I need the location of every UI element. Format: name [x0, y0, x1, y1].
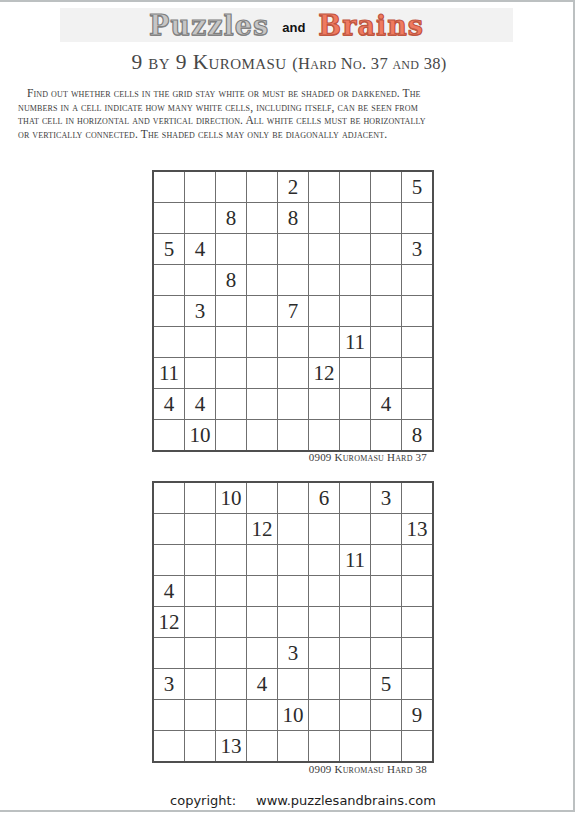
kuromasu-cell[interactable] [309, 514, 339, 544]
instructions-line-4: or vertically connected. The shaded cell… [18, 128, 565, 142]
kuromasu-cell[interactable] [247, 296, 277, 326]
kuromasu-cell[interactable] [309, 669, 339, 699]
kuromasu-cell[interactable]: 10 [278, 700, 308, 730]
kuromasu-cell[interactable] [340, 389, 370, 419]
kuromasu-cell[interactable] [247, 483, 277, 513]
kuromasu-cell[interactable] [247, 700, 277, 730]
kuromasu-cell[interactable]: 11 [340, 545, 370, 575]
kuromasu-cell[interactable] [216, 576, 246, 606]
kuromasu-cell[interactable] [309, 607, 339, 637]
kuromasu-cell[interactable]: 12 [247, 514, 277, 544]
kuromasu-cell[interactable] [340, 420, 370, 450]
kuromasu-cell[interactable]: 4 [185, 389, 215, 419]
kuromasu-cell[interactable] [247, 731, 277, 761]
kuromasu-cell[interactable] [371, 265, 401, 295]
logo-and-text: and [282, 16, 305, 35]
kuromasu-cell[interactable] [309, 203, 339, 233]
kuromasu-cell[interactable] [340, 607, 370, 637]
kuromasu-cell[interactable] [340, 638, 370, 668]
kuromasu-cell[interactable] [309, 389, 339, 419]
kuromasu-cell[interactable]: 4 [185, 234, 215, 264]
kuromasu-cell[interactable] [371, 296, 401, 326]
logo-puzzles-wordmark: Puzzles [149, 12, 269, 39]
kuromasu-cell[interactable] [309, 545, 339, 575]
kuromasu-cell[interactable] [278, 483, 308, 513]
kuromasu-cell[interactable] [154, 731, 184, 761]
kuromasu-cell[interactable] [309, 327, 339, 357]
kuromasu-cell[interactable] [185, 172, 215, 202]
kuromasu-cell[interactable] [371, 731, 401, 761]
kuromasu-cell[interactable] [185, 483, 215, 513]
kuromasu-cell[interactable] [340, 172, 370, 202]
kuromasu-cell[interactable]: 4 [154, 576, 184, 606]
kuromasu-cell[interactable] [371, 700, 401, 730]
kuromasu-cell[interactable] [185, 731, 215, 761]
page-title-main: 9 by 9 Kuromasu [131, 50, 292, 74]
kuromasu-cell[interactable] [216, 638, 246, 668]
kuromasu-cell[interactable]: 3 [154, 669, 184, 699]
kuromasu-cell[interactable]: 11 [154, 358, 184, 388]
kuromasu-cell[interactable] [402, 545, 432, 575]
kuromasu-cell[interactable] [278, 420, 308, 450]
kuromasu-cell[interactable] [309, 234, 339, 264]
kuromasu-cell[interactable] [340, 483, 370, 513]
kuromasu-cell[interactable] [309, 638, 339, 668]
kuromasu-cell[interactable]: 5 [402, 172, 432, 202]
kuromasu-cell[interactable] [278, 731, 308, 761]
kuromasu-cell[interactable]: 7 [278, 296, 308, 326]
instructions-line-3: that cell in horizontal and vertical dir… [18, 114, 565, 128]
kuromasu-cell[interactable]: 3 [185, 296, 215, 326]
kuromasu-cell[interactable] [185, 327, 215, 357]
kuromasu-cell[interactable] [340, 576, 370, 606]
kuromasu-cell[interactable] [216, 172, 246, 202]
kuromasu-cell[interactable] [371, 358, 401, 388]
kuromasu-cell[interactable] [340, 514, 370, 544]
instructions-line-1: Find out whether cells in the grid stay … [18, 87, 565, 101]
kuromasu-cell[interactable] [216, 669, 246, 699]
kuromasu-cell[interactable] [402, 607, 432, 637]
kuromasu-cell[interactable] [247, 638, 277, 668]
kuromasu-cell[interactable] [185, 576, 215, 606]
kuromasu-cell[interactable] [340, 358, 370, 388]
kuromasu-cell[interactable] [216, 296, 246, 326]
website-url-link[interactable]: www.puzzlesandbrains.com [256, 793, 436, 808]
kuromasu-cell[interactable]: 10 [185, 420, 215, 450]
kuromasu-cell[interactable] [216, 700, 246, 730]
grid-caption-hard-37: 0909 Kuromasu Hard 37 [152, 451, 434, 463]
kuromasu-cell[interactable] [247, 172, 277, 202]
kuromasu-cell[interactable]: 4 [247, 669, 277, 699]
kuromasu-cell[interactable] [247, 576, 277, 606]
kuromasu-cell[interactable] [216, 327, 246, 357]
kuromasu-cell[interactable]: 9 [402, 700, 432, 730]
kuromasu-cell[interactable] [154, 483, 184, 513]
kuromasu-cell[interactable] [309, 296, 339, 326]
kuromasu-cell[interactable] [402, 389, 432, 419]
instructions-text: Find out whether cells in the grid stay … [18, 87, 565, 142]
kuromasu-cell[interactable]: 3 [402, 234, 432, 264]
kuromasu-cell[interactable]: 8 [216, 265, 246, 295]
kuromasu-cell[interactable] [371, 203, 401, 233]
kuromasu-cell[interactable] [371, 420, 401, 450]
kuromasu-cell[interactable] [247, 389, 277, 419]
logo-brains-wordmark: Brains [318, 12, 424, 39]
kuromasu-cell[interactable] [309, 700, 339, 730]
kuromasu-cell[interactable]: 11 [340, 327, 370, 357]
kuromasu-cell[interactable] [185, 700, 215, 730]
kuromasu-cell[interactable] [278, 327, 308, 357]
kuromasu-cell[interactable] [371, 327, 401, 357]
grid-caption-hard-38: 0909 Kuromasu Hard 38 [152, 763, 434, 775]
kuromasu-cell[interactable] [247, 234, 277, 264]
kuromasu-cell[interactable] [371, 172, 401, 202]
kuromasu-cell[interactable] [185, 358, 215, 388]
kuromasu-cell[interactable] [154, 265, 184, 295]
kuromasu-cell[interactable] [185, 203, 215, 233]
kuromasu-cell[interactable]: 8 [216, 203, 246, 233]
kuromasu-cell[interactable] [185, 607, 215, 637]
kuromasu-cell[interactable] [154, 700, 184, 730]
kuromasu-cell[interactable] [216, 234, 246, 264]
kuromasu-cell[interactable] [371, 576, 401, 606]
kuromasu-cell[interactable]: 12 [154, 607, 184, 637]
kuromasu-cell[interactable] [340, 731, 370, 761]
kuromasu-grid-hard-37: 2588543837111112444108 [152, 170, 434, 452]
kuromasu-cell[interactable] [309, 172, 339, 202]
kuromasu-cell[interactable] [247, 420, 277, 450]
kuromasu-cell[interactable] [371, 234, 401, 264]
kuromasu-cell[interactable] [402, 203, 432, 233]
kuromasu-cell[interactable] [402, 576, 432, 606]
logo-strip: Puzzles and Brains [60, 8, 513, 42]
kuromasu-cell[interactable]: 4 [154, 389, 184, 419]
kuromasu-cell[interactable] [402, 358, 432, 388]
kuromasu-cell[interactable] [216, 607, 246, 637]
kuromasu-cell[interactable] [278, 576, 308, 606]
kuromasu-cell[interactable] [340, 234, 370, 264]
kuromasu-cell[interactable] [247, 607, 277, 637]
page-title: 9 by 9 Kuromasu (Hard No. 37 and 38) [0, 50, 578, 75]
kuromasu-cell[interactable] [247, 265, 277, 295]
page-title-sub: (Hard No. 37 and 38) [292, 54, 446, 73]
kuromasu-cell[interactable] [247, 545, 277, 575]
kuromasu-cell[interactable]: 4 [371, 389, 401, 419]
kuromasu-cell[interactable] [278, 234, 308, 264]
footer: copyright: www.puzzlesandbrains.com [14, 793, 578, 808]
kuromasu-cell[interactable] [340, 203, 370, 233]
kuromasu-cell[interactable] [402, 296, 432, 326]
kuromasu-cell[interactable] [371, 638, 401, 668]
kuromasu-cell[interactable] [154, 420, 184, 450]
kuromasu-cell[interactable]: 3 [278, 638, 308, 668]
kuromasu-cell[interactable] [154, 638, 184, 668]
kuromasu-cell[interactable]: 8 [402, 420, 432, 450]
kuromasu-cell[interactable] [154, 327, 184, 357]
kuromasu-cell[interactable]: 2 [278, 172, 308, 202]
kuromasu-cell[interactable] [247, 203, 277, 233]
kuromasu-cell[interactable] [371, 514, 401, 544]
kuromasu-cell[interactable] [154, 514, 184, 544]
kuromasu-cell[interactable] [185, 265, 215, 295]
kuromasu-cell[interactable] [309, 731, 339, 761]
kuromasu-cell[interactable] [309, 420, 339, 450]
kuromasu-cell[interactable] [216, 420, 246, 450]
kuromasu-cell[interactable] [402, 669, 432, 699]
kuromasu-cell[interactable]: 3 [371, 483, 401, 513]
kuromasu-cell[interactable] [402, 483, 432, 513]
kuromasu-cell[interactable] [154, 296, 184, 326]
kuromasu-cell[interactable] [278, 514, 308, 544]
kuromasu-cell[interactable] [185, 545, 215, 575]
kuromasu-cell[interactable] [278, 545, 308, 575]
kuromasu-cell[interactable] [278, 389, 308, 419]
kuromasu-cell[interactable]: 10 [216, 483, 246, 513]
kuromasu-cell[interactable] [402, 265, 432, 295]
kuromasu-cell[interactable] [340, 265, 370, 295]
kuromasu-cell[interactable] [185, 669, 215, 699]
kuromasu-cell[interactable] [371, 545, 401, 575]
kuromasu-cell[interactable] [278, 607, 308, 637]
kuromasu-cell[interactable] [402, 638, 432, 668]
kuromasu-cell[interactable] [216, 545, 246, 575]
kuromasu-cell[interactable]: 8 [278, 203, 308, 233]
kuromasu-cell[interactable]: 5 [154, 234, 184, 264]
instructions-line-2: numbers in a cell indicate how many whit… [18, 101, 565, 115]
kuromasu-cell[interactable]: 12 [309, 358, 339, 388]
kuromasu-cell[interactable] [154, 172, 184, 202]
kuromasu-cell[interactable]: 13 [216, 731, 246, 761]
kuromasu-cell[interactable] [278, 358, 308, 388]
kuromasu-cell[interactable] [154, 545, 184, 575]
kuromasu-cell[interactable] [216, 389, 246, 419]
kuromasu-cell[interactable] [216, 358, 246, 388]
kuromasu-cell[interactable] [247, 358, 277, 388]
kuromasu-cell[interactable]: 5 [371, 669, 401, 699]
kuromasu-cell[interactable] [154, 203, 184, 233]
kuromasu-cell[interactable] [278, 265, 308, 295]
kuromasu-cell[interactable] [309, 576, 339, 606]
kuromasu-cell[interactable] [216, 514, 246, 544]
kuromasu-cell[interactable] [402, 327, 432, 357]
kuromasu-cell[interactable] [247, 327, 277, 357]
kuromasu-cell[interactable] [371, 607, 401, 637]
kuromasu-cell[interactable] [185, 638, 215, 668]
kuromasu-cell[interactable] [340, 296, 370, 326]
kuromasu-cell[interactable] [402, 731, 432, 761]
copyright-label: copyright: [170, 793, 236, 808]
kuromasu-cell[interactable]: 13 [402, 514, 432, 544]
kuromasu-cell[interactable] [340, 669, 370, 699]
kuromasu-grid-hard-38: 1063121311412334510913 [152, 481, 434, 763]
kuromasu-cell[interactable]: 6 [309, 483, 339, 513]
kuromasu-cell[interactable] [309, 265, 339, 295]
kuromasu-cell[interactable] [185, 514, 215, 544]
kuromasu-cell[interactable] [340, 700, 370, 730]
kuromasu-cell[interactable] [278, 669, 308, 699]
